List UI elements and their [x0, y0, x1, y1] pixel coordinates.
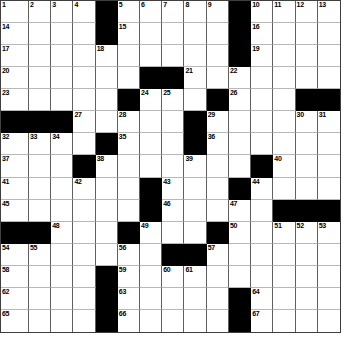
cell-r11c1[interactable]: 55 — [29, 244, 51, 266]
cell-r10c3[interactable] — [73, 222, 95, 244]
cell-r7c6[interactable] — [140, 155, 162, 177]
black-cell-r0c4 — [96, 1, 118, 23]
clue-number-50: 50 — [230, 222, 237, 230]
cell-r13c8[interactable] — [184, 288, 206, 310]
cell-r14c0[interactable]: 65 — [1, 310, 29, 332]
clue-number-49: 49 — [141, 222, 148, 230]
clue-number-62: 62 — [2, 288, 9, 296]
black-cell-r5c1 — [29, 111, 51, 133]
cell-r6c13[interactable] — [296, 133, 318, 155]
black-cell-r6c8 — [184, 133, 206, 155]
clue-number-67: 67 — [252, 310, 259, 318]
black-cell-r5c8 — [184, 111, 206, 133]
cell-r1c0[interactable]: 14 — [1, 23, 29, 45]
cell-r6c11[interactable] — [251, 133, 273, 155]
clue-number-24: 24 — [141, 89, 148, 97]
clue-number-27: 27 — [74, 111, 81, 119]
black-cell-r6c4 — [96, 133, 118, 155]
cell-r6c12[interactable] — [273, 133, 295, 155]
cell-r8c11[interactable]: 44 — [251, 178, 273, 200]
clue-number-16: 16 — [252, 23, 259, 31]
clue-number-44: 44 — [252, 178, 259, 186]
cell-r2c8[interactable] — [184, 45, 206, 67]
clue-number-57: 57 — [208, 244, 215, 252]
black-cell-r4c5 — [118, 89, 140, 111]
cell-r2c1[interactable] — [29, 45, 51, 67]
clue-number-22: 22 — [230, 67, 237, 75]
black-cell-r11c7 — [162, 244, 184, 266]
cell-r14c8[interactable] — [184, 310, 206, 332]
cell-r0c14[interactable]: 13 — [318, 1, 340, 23]
cell-r13c5[interactable]: 63 — [118, 288, 140, 310]
cell-r12c0[interactable]: 58 — [1, 266, 29, 288]
black-cell-r9c14 — [318, 200, 340, 222]
clue-number-54: 54 — [2, 244, 9, 252]
black-cell-r7c3 — [73, 155, 95, 177]
cell-r3c0[interactable]: 20 — [1, 67, 29, 89]
cell-r6c5[interactable]: 35 — [118, 133, 140, 155]
black-cell-r10c0 — [1, 222, 29, 244]
clue-number-41: 41 — [2, 178, 9, 186]
black-cell-r12c4 — [96, 266, 118, 288]
cell-r2c2[interactable] — [51, 45, 73, 67]
cell-r7c12[interactable]: 40 — [273, 155, 295, 177]
black-cell-r9c12 — [273, 200, 295, 222]
cell-r6c9[interactable]: 36 — [207, 133, 229, 155]
cell-r1c14[interactable] — [318, 23, 340, 45]
cell-r3c13[interactable] — [296, 67, 318, 89]
cell-r2c7[interactable] — [162, 45, 184, 67]
cell-r0c13[interactable]: 12 — [296, 1, 318, 23]
cell-r8c13[interactable] — [296, 178, 318, 200]
cell-r12c13[interactable] — [296, 266, 318, 288]
clue-number-40: 40 — [274, 155, 281, 163]
clue-number-48: 48 — [52, 222, 59, 230]
clue-number-39: 39 — [185, 155, 192, 163]
cell-r8c12[interactable] — [273, 178, 295, 200]
cell-r7c4[interactable]: 38 — [96, 155, 118, 177]
cell-r11c5[interactable]: 56 — [118, 244, 140, 266]
clue-number-15: 15 — [119, 23, 126, 31]
cell-r1c1[interactable] — [29, 23, 51, 45]
crossword-grid: 1234567891011121314151617181920212223242… — [0, 0, 341, 333]
cell-r13c7[interactable] — [162, 288, 184, 310]
black-cell-r1c10 — [229, 23, 251, 45]
cell-r3c12[interactable] — [273, 67, 295, 89]
cell-r7c0[interactable]: 37 — [1, 155, 29, 177]
cell-r8c14[interactable] — [318, 178, 340, 200]
clue-number-61: 61 — [185, 266, 192, 274]
cell-r10c12[interactable]: 51 — [273, 222, 295, 244]
cell-r9c4[interactable] — [96, 200, 118, 222]
cell-r11c6[interactable] — [140, 244, 162, 266]
cell-r6c6[interactable] — [140, 133, 162, 155]
cell-r13c2[interactable] — [51, 288, 73, 310]
cell-r14c7[interactable] — [162, 310, 184, 332]
cell-r10c6[interactable]: 49 — [140, 222, 162, 244]
cell-r4c7[interactable]: 25 — [162, 89, 184, 111]
cell-r9c1[interactable] — [29, 200, 51, 222]
cell-r9c8[interactable] — [184, 200, 206, 222]
cell-r5c3[interactable]: 27 — [73, 111, 95, 133]
cell-r4c12[interactable] — [273, 89, 295, 111]
black-cell-r13c4 — [96, 288, 118, 310]
cell-r14c1[interactable] — [29, 310, 51, 332]
cell-r1c6[interactable] — [140, 23, 162, 45]
cell-r0c3[interactable]: 4 — [73, 1, 95, 23]
cell-r9c9[interactable] — [207, 200, 229, 222]
clue-number-29: 29 — [208, 111, 215, 119]
cell-r10c7[interactable] — [162, 222, 184, 244]
clue-number-26: 26 — [230, 89, 237, 97]
cell-r12c9[interactable] — [207, 266, 229, 288]
cell-r2c4[interactable]: 18 — [96, 45, 118, 67]
cell-r13c6[interactable] — [140, 288, 162, 310]
black-cell-r10c5 — [118, 222, 140, 244]
cell-r9c3[interactable] — [73, 200, 95, 222]
clue-number-8: 8 — [185, 1, 189, 9]
cell-r13c14[interactable] — [318, 288, 340, 310]
cell-r3c5[interactable] — [118, 67, 140, 89]
clue-number-38: 38 — [97, 155, 104, 163]
clue-number-18: 18 — [97, 45, 104, 53]
cell-r12c1[interactable] — [29, 266, 51, 288]
black-cell-r4c14 — [318, 89, 340, 111]
cell-r1c8[interactable] — [184, 23, 206, 45]
clue-number-1: 1 — [2, 1, 6, 9]
cell-r14c6[interactable] — [140, 310, 162, 332]
clue-number-66: 66 — [119, 310, 126, 318]
cell-r2c14[interactable] — [318, 45, 340, 67]
cell-r14c13[interactable] — [296, 310, 318, 332]
cell-r14c3[interactable] — [73, 310, 95, 332]
cell-r14c14[interactable] — [318, 310, 340, 332]
clue-number-37: 37 — [2, 155, 9, 163]
cell-r11c4[interactable] — [96, 244, 118, 266]
black-cell-r14c4 — [96, 310, 118, 332]
cell-r5c7[interactable] — [162, 111, 184, 133]
cell-r3c9[interactable] — [207, 67, 229, 89]
cell-r5c14[interactable]: 31 — [318, 111, 340, 133]
clue-number-12: 12 — [297, 1, 304, 9]
clue-number-42: 42 — [74, 178, 81, 186]
cell-r9c11[interactable] — [251, 200, 273, 222]
cell-r11c9[interactable]: 57 — [207, 244, 229, 266]
cell-r8c4[interactable] — [96, 178, 118, 200]
cell-r10c4[interactable] — [96, 222, 118, 244]
cell-r7c7[interactable] — [162, 155, 184, 177]
cell-r3c8[interactable]: 21 — [184, 67, 206, 89]
cell-r0c9[interactable]: 9 — [207, 1, 229, 23]
cell-r2c13[interactable] — [296, 45, 318, 67]
cell-r6c3[interactable] — [73, 133, 95, 155]
clue-number-3: 3 — [52, 1, 56, 9]
cell-r10c11[interactable] — [251, 222, 273, 244]
cell-r7c5[interactable] — [118, 155, 140, 177]
black-cell-r11c8 — [184, 244, 206, 266]
clue-number-23: 23 — [2, 89, 9, 97]
cell-r2c9[interactable] — [207, 45, 229, 67]
cell-r0c7[interactable]: 7 — [162, 1, 184, 23]
cell-r9c2[interactable] — [51, 200, 73, 222]
clue-number-11: 11 — [274, 1, 281, 9]
cell-r8c7[interactable]: 43 — [162, 178, 184, 200]
cell-r7c10[interactable] — [229, 155, 251, 177]
cell-r14c2[interactable] — [51, 310, 73, 332]
cell-r5c10[interactable] — [229, 111, 251, 133]
cell-r12c2[interactable] — [51, 266, 73, 288]
cell-r0c0[interactable]: 1 — [1, 1, 29, 23]
black-cell-r3c6 — [140, 67, 162, 89]
cell-r2c0[interactable]: 17 — [1, 45, 29, 67]
cell-r12c5[interactable]: 59 — [118, 266, 140, 288]
clue-number-53: 53 — [319, 222, 326, 230]
clue-number-30: 30 — [297, 111, 304, 119]
clue-number-20: 20 — [2, 67, 9, 75]
cell-r1c2[interactable] — [51, 23, 73, 45]
cell-r5c4[interactable] — [96, 111, 118, 133]
cell-r11c13[interactable] — [296, 244, 318, 266]
cell-r12c3[interactable] — [73, 266, 95, 288]
clue-number-59: 59 — [119, 266, 126, 274]
clue-number-32: 32 — [2, 133, 9, 141]
cell-r1c7[interactable] — [162, 23, 184, 45]
cell-r12c14[interactable] — [318, 266, 340, 288]
cell-r6c2[interactable]: 34 — [51, 133, 73, 155]
cell-r4c0[interactable]: 23 — [1, 89, 29, 111]
cell-r6c10[interactable] — [229, 133, 251, 155]
black-cell-r14c10 — [229, 310, 251, 332]
cell-r10c2[interactable]: 48 — [51, 222, 73, 244]
cell-r13c13[interactable] — [296, 288, 318, 310]
black-cell-r3c7 — [162, 67, 184, 89]
cell-r0c6[interactable]: 6 — [140, 1, 162, 23]
clue-number-58: 58 — [2, 266, 9, 274]
clue-number-56: 56 — [119, 244, 126, 252]
cell-r1c9[interactable] — [207, 23, 229, 45]
cell-r7c8[interactable]: 39 — [184, 155, 206, 177]
cell-r12c10[interactable] — [229, 266, 251, 288]
cell-r4c8[interactable] — [184, 89, 206, 111]
cell-r3c4[interactable] — [96, 67, 118, 89]
black-cell-r9c6 — [140, 200, 162, 222]
clue-number-36: 36 — [208, 133, 215, 141]
cell-r4c4[interactable] — [96, 89, 118, 111]
clue-number-13: 13 — [319, 1, 326, 9]
cell-r5c12[interactable] — [273, 111, 295, 133]
cell-r12c7[interactable]: 60 — [162, 266, 184, 288]
cell-r11c14[interactable] — [318, 244, 340, 266]
cell-r8c8[interactable] — [184, 178, 206, 200]
clue-number-34: 34 — [52, 133, 59, 141]
clue-number-47: 47 — [230, 200, 237, 208]
cell-r6c14[interactable] — [318, 133, 340, 155]
cell-r0c11[interactable]: 10 — [251, 1, 273, 23]
clue-number-64: 64 — [252, 288, 259, 296]
cell-r9c0[interactable]: 45 — [1, 200, 29, 222]
clue-number-51: 51 — [274, 222, 281, 230]
cell-r3c11[interactable] — [251, 67, 273, 89]
black-cell-r9c13 — [296, 200, 318, 222]
black-cell-r0c10 — [229, 1, 251, 23]
cell-r2c6[interactable] — [140, 45, 162, 67]
clue-number-31: 31 — [319, 111, 326, 119]
clue-number-55: 55 — [30, 244, 37, 252]
clue-number-28: 28 — [119, 111, 126, 119]
cell-r14c5[interactable]: 66 — [118, 310, 140, 332]
cell-r5c9[interactable]: 29 — [207, 111, 229, 133]
black-cell-r4c9 — [207, 89, 229, 111]
black-cell-r5c2 — [51, 111, 73, 133]
cell-r11c12[interactable] — [273, 244, 295, 266]
cell-r5c5[interactable]: 28 — [118, 111, 140, 133]
cell-r5c13[interactable]: 30 — [296, 111, 318, 133]
cell-r11c11[interactable] — [251, 244, 273, 266]
cell-r2c3[interactable] — [73, 45, 95, 67]
clue-number-45: 45 — [2, 200, 9, 208]
clue-number-52: 52 — [297, 222, 304, 230]
cell-r6c7[interactable] — [162, 133, 184, 155]
cell-r3c2[interactable] — [51, 67, 73, 89]
cell-r1c5[interactable]: 15 — [118, 23, 140, 45]
black-cell-r10c9 — [207, 222, 229, 244]
cell-r13c12[interactable] — [273, 288, 295, 310]
cell-r9c7[interactable]: 46 — [162, 200, 184, 222]
cell-r6c1[interactable]: 33 — [29, 133, 51, 155]
cell-r8c2[interactable] — [51, 178, 73, 200]
clue-number-7: 7 — [163, 1, 167, 9]
cell-r4c2[interactable] — [51, 89, 73, 111]
black-cell-r8c10 — [229, 178, 251, 200]
clue-number-60: 60 — [163, 266, 170, 274]
cell-r13c1[interactable] — [29, 288, 51, 310]
cell-r10c8[interactable] — [184, 222, 206, 244]
cell-r1c11[interactable]: 16 — [251, 23, 273, 45]
cell-r5c11[interactable] — [251, 111, 273, 133]
crossword-page: 1234567891011121314151617181920212223242… — [0, 0, 348, 340]
black-cell-r5c0 — [1, 111, 29, 133]
cell-r0c8[interactable]: 8 — [184, 1, 206, 23]
cell-r1c12[interactable] — [273, 23, 295, 45]
clue-number-5: 5 — [119, 1, 123, 9]
black-cell-r2c10 — [229, 45, 251, 67]
cell-r7c9[interactable] — [207, 155, 229, 177]
cell-r3c10[interactable]: 22 — [229, 67, 251, 89]
cell-r9c5[interactable] — [118, 200, 140, 222]
clue-number-14: 14 — [2, 23, 9, 31]
cell-r7c13[interactable] — [296, 155, 318, 177]
cell-r1c13[interactable] — [296, 23, 318, 45]
clue-number-33: 33 — [30, 133, 37, 141]
clue-number-17: 17 — [2, 45, 9, 53]
cell-r0c2[interactable]: 3 — [51, 1, 73, 23]
clue-number-46: 46 — [163, 200, 170, 208]
cell-r3c14[interactable] — [318, 67, 340, 89]
cell-r7c1[interactable] — [29, 155, 51, 177]
cell-r4c11[interactable] — [251, 89, 273, 111]
cell-r11c0[interactable]: 54 — [1, 244, 29, 266]
clue-number-10: 10 — [252, 1, 259, 9]
cell-r14c9[interactable] — [207, 310, 229, 332]
clue-number-2: 2 — [30, 1, 34, 9]
cell-r13c9[interactable] — [207, 288, 229, 310]
cell-r6c0[interactable]: 32 — [1, 133, 29, 155]
cell-r10c14[interactable]: 53 — [318, 222, 340, 244]
clue-number-4: 4 — [74, 1, 78, 9]
cell-r3c1[interactable] — [29, 67, 51, 89]
cell-r9c10[interactable]: 47 — [229, 200, 251, 222]
clue-number-65: 65 — [2, 310, 9, 318]
cell-r13c0[interactable]: 62 — [1, 288, 29, 310]
cell-r13c3[interactable] — [73, 288, 95, 310]
clue-number-35: 35 — [119, 133, 126, 141]
cell-r14c12[interactable] — [273, 310, 295, 332]
cell-r12c12[interactable] — [273, 266, 295, 288]
clue-number-63: 63 — [119, 288, 126, 296]
cell-r2c12[interactable] — [273, 45, 295, 67]
cell-r5c6[interactable] — [140, 111, 162, 133]
cell-r7c14[interactable] — [318, 155, 340, 177]
cell-r7c2[interactable] — [51, 155, 73, 177]
black-cell-r4c13 — [296, 89, 318, 111]
cell-r8c5[interactable] — [118, 178, 140, 200]
clue-number-6: 6 — [141, 1, 145, 9]
cell-r11c3[interactable] — [73, 244, 95, 266]
cell-r8c1[interactable] — [29, 178, 51, 200]
cell-r10c13[interactable]: 52 — [296, 222, 318, 244]
cell-r1c3[interactable] — [73, 23, 95, 45]
cell-r8c0[interactable]: 41 — [1, 178, 29, 200]
clue-number-19: 19 — [252, 45, 259, 53]
cell-r2c11[interactable]: 19 — [251, 45, 273, 67]
cell-r10c10[interactable]: 50 — [229, 222, 251, 244]
black-cell-r1c4 — [96, 23, 118, 45]
cell-r4c3[interactable] — [73, 89, 95, 111]
cell-r14c11[interactable]: 67 — [251, 310, 273, 332]
cell-r4c1[interactable] — [29, 89, 51, 111]
cell-r8c9[interactable] — [207, 178, 229, 200]
black-cell-r10c1 — [29, 222, 51, 244]
cell-r4c10[interactable]: 26 — [229, 89, 251, 111]
cell-r8c3[interactable]: 42 — [73, 178, 95, 200]
cell-r4c6[interactable]: 24 — [140, 89, 162, 111]
cell-r12c11[interactable] — [251, 266, 273, 288]
clue-number-43: 43 — [163, 178, 170, 186]
cell-r12c6[interactable] — [140, 266, 162, 288]
cell-r12c8[interactable]: 61 — [184, 266, 206, 288]
cell-r11c2[interactable] — [51, 244, 73, 266]
cell-r0c1[interactable]: 2 — [29, 1, 51, 23]
clue-number-25: 25 — [163, 89, 170, 97]
cell-r0c12[interactable]: 11 — [273, 1, 295, 23]
cell-r2c5[interactable] — [118, 45, 140, 67]
cell-r11c10[interactable] — [229, 244, 251, 266]
black-cell-r13c10 — [229, 288, 251, 310]
clue-number-9: 9 — [208, 1, 212, 9]
black-cell-r8c6 — [140, 178, 162, 200]
cell-r13c11[interactable]: 64 — [251, 288, 273, 310]
cell-r0c5[interactable]: 5 — [118, 1, 140, 23]
clue-number-21: 21 — [185, 67, 192, 75]
black-cell-r7c11 — [251, 155, 273, 177]
cell-r3c3[interactable] — [73, 67, 95, 89]
